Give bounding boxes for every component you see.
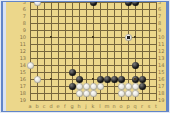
stone-white-p17	[125, 83, 132, 90]
row-label-right-10: 10	[158, 34, 166, 40]
stone-white-j17	[83, 83, 90, 90]
hoshi-point-k10	[92, 36, 94, 38]
column-label-e: e	[55, 103, 62, 109]
row-label-left-15: 15	[14, 69, 26, 75]
column-label-s: s	[146, 103, 153, 109]
stone-white-k17	[90, 83, 97, 90]
stone-white-a14	[27, 62, 34, 69]
stone-black-r16	[139, 76, 146, 83]
row-label-right-13: 13	[158, 55, 166, 61]
column-label-g: g	[69, 103, 76, 109]
last-move-marker	[127, 36, 130, 39]
stone-white-l17	[97, 83, 104, 90]
row-label-right-15: 15	[158, 69, 166, 75]
row-label-left-17: 17	[14, 83, 26, 89]
stone-white-b5	[34, 2, 41, 6]
row-label-left-13: 13	[14, 55, 26, 61]
stone-black-r17	[139, 83, 146, 90]
stone-white-o18	[118, 90, 125, 97]
row-label-right-6: 6	[158, 6, 166, 12]
stone-black-g15	[69, 69, 76, 76]
stone-black-q5	[132, 2, 139, 6]
stone-white-h18	[76, 90, 83, 97]
column-label-l: l	[97, 103, 104, 109]
row-label-right-17: 17	[158, 83, 166, 89]
row-label-right-11: 11	[158, 41, 166, 47]
hoshi-point-d16	[50, 78, 52, 80]
stone-black-p5	[125, 2, 132, 6]
stone-white-h17	[76, 83, 83, 90]
row-label-right-5: 5	[158, 2, 166, 5]
row-label-right-16: 16	[158, 76, 166, 82]
column-label-o: o	[118, 103, 125, 109]
hoshi-point-d10	[50, 36, 52, 38]
stone-black-q14	[132, 62, 139, 69]
stone-white-b16	[34, 76, 41, 83]
row-label-left-5: 5	[14, 2, 26, 5]
stone-black-g17	[69, 83, 76, 90]
column-label-h: h	[76, 103, 83, 109]
row-label-right-9: 9	[158, 27, 166, 33]
stone-white-j18	[83, 90, 90, 97]
row-label-left-7: 7	[14, 13, 26, 19]
stone-white-p10	[125, 34, 132, 41]
row-label-right-12: 12	[158, 48, 166, 54]
column-label-p: p	[125, 103, 132, 109]
row-label-left-10: 10	[14, 34, 26, 40]
row-label-left-18: 18	[14, 90, 26, 96]
row-label-right-14: 14	[158, 62, 166, 68]
row-label-left-19: 19	[14, 97, 26, 103]
stone-white-k18	[90, 90, 97, 97]
stone-black-m16	[104, 76, 111, 83]
row-label-left-11: 11	[14, 41, 26, 47]
column-label-m: m	[104, 103, 111, 109]
stone-black-n16	[111, 76, 118, 83]
hoshi-point-k16	[92, 78, 94, 80]
stone-black-h16	[76, 76, 83, 83]
column-label-j: j	[83, 103, 90, 109]
column-label-n: n	[111, 103, 118, 109]
row-label-left-14: 14	[14, 62, 26, 68]
column-label-c: c	[41, 103, 48, 109]
column-label-f: f	[62, 103, 69, 109]
column-label-q: q	[132, 103, 139, 109]
stone-white-p18	[125, 90, 132, 97]
column-label-t: t	[153, 103, 160, 109]
row-label-left-12: 12	[14, 48, 26, 54]
column-label-a: a	[27, 103, 34, 109]
column-label-b: b	[34, 103, 41, 109]
stone-black-l16	[97, 76, 104, 83]
column-label-k: k	[90, 103, 97, 109]
column-label-r: r	[139, 103, 146, 109]
column-label-d: d	[48, 103, 55, 109]
stone-white-q18	[132, 90, 139, 97]
go-board-panel[interactable]: 5678910111213141516171819 56789101112131…	[6, 2, 166, 111]
hoshi-point-q10	[134, 36, 136, 38]
stone-black-k5	[90, 2, 97, 6]
stone-white-q17	[132, 83, 139, 90]
hoshi-point-q16	[134, 78, 136, 80]
row-label-right-7: 7	[158, 13, 166, 19]
row-label-left-16: 16	[14, 76, 26, 82]
row-label-left-8: 8	[14, 20, 26, 26]
row-label-right-8: 8	[158, 20, 166, 26]
row-label-left-9: 9	[14, 27, 26, 33]
stone-white-o17	[118, 83, 125, 90]
row-label-left-6: 6	[14, 6, 26, 12]
stone-black-o16	[118, 76, 125, 83]
row-label-right-18: 18	[158, 90, 166, 96]
